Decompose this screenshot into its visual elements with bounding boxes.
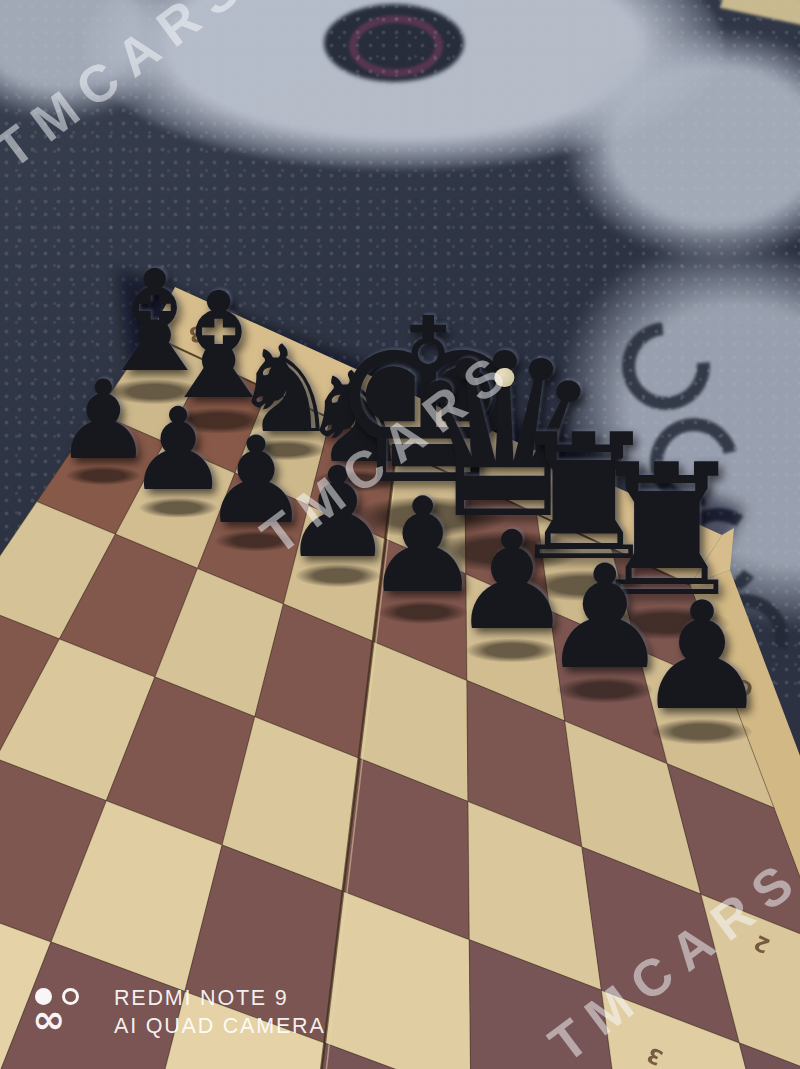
camera-watermark: ∞ REDMI NOTE 9 AI QUAD CAMERA <box>34 986 326 1039</box>
infinity-icon: ∞ <box>32 996 65 1042</box>
photo-scene: 34C23 ♝♝♞♟♞♟♚♟♛♟♜♟♜♟♟♟ TMCARS TMCARS TMC… <box>0 0 800 1069</box>
camera-model-text: REDMI NOTE 9 <box>114 986 326 1011</box>
redmi-quad-camera-icon: ∞ <box>34 986 94 1034</box>
pawn-glyph: ♟ <box>635 586 769 728</box>
camera-feature-text: AI QUAD CAMERA <box>114 1014 326 1039</box>
